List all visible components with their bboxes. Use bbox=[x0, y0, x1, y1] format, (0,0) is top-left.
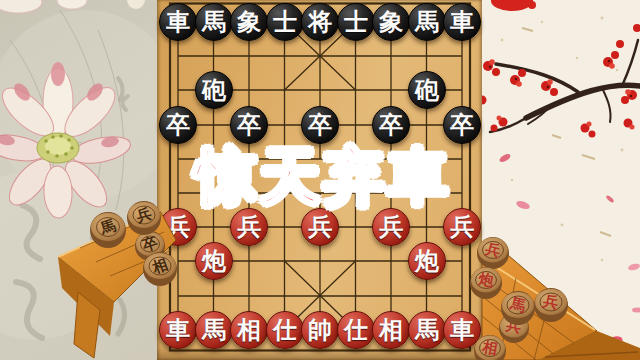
piece-red-pawn-1[interactable]: 兵 bbox=[159, 208, 197, 246]
piece-black-horse-right[interactable]: 馬 bbox=[408, 3, 446, 41]
title-overlay: 惊天弃車 bbox=[196, 137, 452, 218]
piece-red-horse-left[interactable]: 馬 bbox=[195, 311, 233, 349]
piece-black-cannon-left[interactable]: 砲 bbox=[195, 71, 233, 109]
piece-red-cannon-left[interactable]: 炮 bbox=[195, 242, 233, 280]
piece-red-general[interactable]: 帥 bbox=[301, 311, 339, 349]
piece-black-soldier-1[interactable]: 卒 bbox=[159, 106, 197, 144]
piece-black-cannon-right[interactable]: 砲 bbox=[408, 71, 446, 109]
left-decor-panel bbox=[0, 0, 157, 360]
piece-black-advisor-left[interactable]: 士 bbox=[266, 3, 304, 41]
piece-red-horse-right[interactable]: 馬 bbox=[408, 311, 446, 349]
right-decor-panel bbox=[482, 0, 640, 360]
top-blossom-icon bbox=[491, 0, 533, 11]
piece-black-elephant-left[interactable]: 象 bbox=[230, 3, 268, 41]
piece-black-horse-left[interactable]: 馬 bbox=[195, 3, 233, 41]
piece-black-rook-left[interactable]: 車 bbox=[159, 3, 197, 41]
piece-black-rook-right[interactable]: 車 bbox=[443, 3, 481, 41]
thumbnail-canvas: 車馬象士将士象馬車砲砲卒卒卒卒卒兵兵兵兵兵炮炮車馬相仕帥仕相馬車 bbox=[0, 0, 640, 360]
piece-black-advisor-right[interactable]: 士 bbox=[337, 3, 375, 41]
piece-red-chariot-left[interactable]: 車 bbox=[159, 311, 197, 349]
lotus-painting-icon bbox=[0, 0, 157, 360]
piece-black-elephant-right[interactable]: 象 bbox=[372, 3, 410, 41]
piece-red-chariot-right[interactable]: 車 bbox=[443, 311, 481, 349]
falling-petals-icon bbox=[498, 152, 640, 356]
plum-blossom-painting-icon bbox=[482, 0, 640, 360]
piece-black-general[interactable]: 将 bbox=[301, 3, 339, 41]
piece-red-elephant-left[interactable]: 相 bbox=[230, 311, 268, 349]
piece-red-cannon-right[interactable]: 炮 bbox=[408, 242, 446, 280]
piece-red-elephant-right[interactable]: 相 bbox=[372, 311, 410, 349]
piece-red-advisor-right[interactable]: 仕 bbox=[337, 311, 375, 349]
piece-red-advisor-left[interactable]: 仕 bbox=[266, 311, 304, 349]
